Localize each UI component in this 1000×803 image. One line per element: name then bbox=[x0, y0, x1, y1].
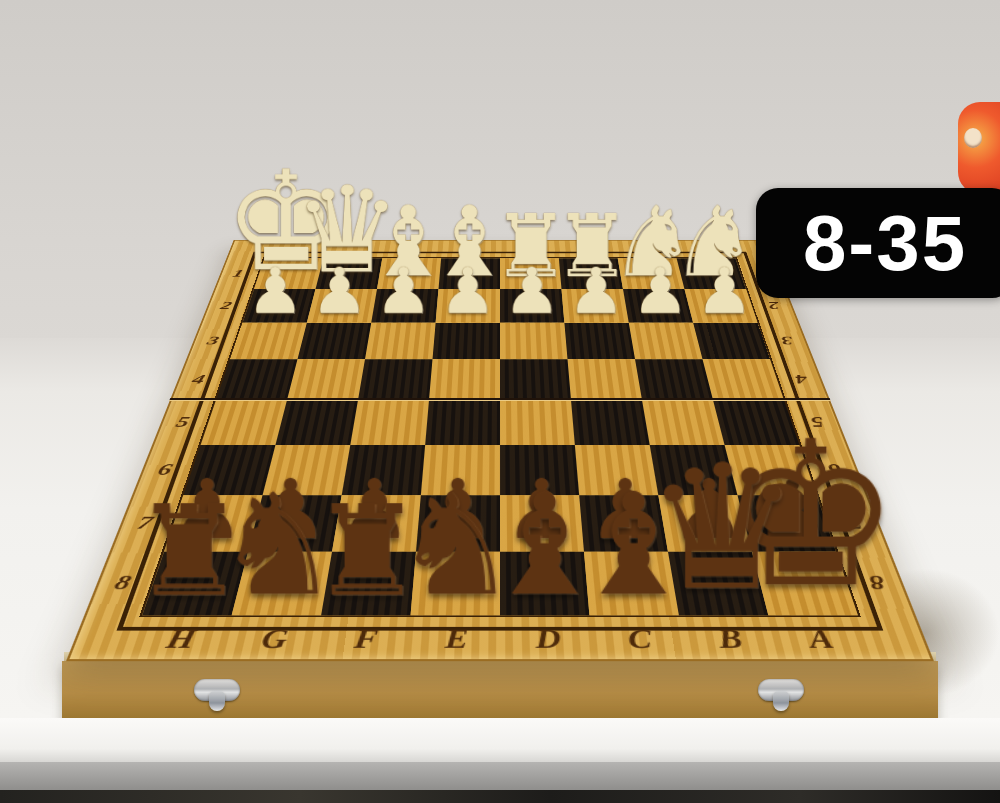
file-label: A bbox=[804, 623, 837, 654]
square-A2[interactable]: ♟ bbox=[684, 289, 757, 323]
file-label: H bbox=[163, 623, 199, 654]
square-H5[interactable] bbox=[201, 400, 287, 445]
square-E4[interactable] bbox=[429, 359, 500, 400]
square-C2[interactable]: ♟ bbox=[561, 289, 628, 323]
square-C3[interactable] bbox=[564, 323, 635, 360]
square-F1[interactable]: ♝ bbox=[377, 258, 441, 289]
square-D3[interactable] bbox=[500, 323, 568, 360]
file-label: F bbox=[352, 623, 379, 654]
square-F3[interactable] bbox=[365, 323, 436, 360]
board-grid: ♚♛♝♝♜♜♞♞♟♟♟♟♟♟♟♟♟♟♟♟♟♟♟♟♜♞♜♞♝♝♛♚ bbox=[142, 258, 858, 615]
rank-label: 4 bbox=[190, 372, 207, 387]
square-B3[interactable] bbox=[629, 323, 703, 360]
square-D5[interactable] bbox=[500, 400, 575, 445]
rank-label: 2 bbox=[219, 299, 234, 312]
product-photo-scene: { "game": "chess", "position": { "fen": … bbox=[0, 0, 1000, 803]
square-F4[interactable] bbox=[358, 359, 432, 400]
square-H1[interactable]: ♚ bbox=[254, 258, 323, 289]
square-G3[interactable] bbox=[297, 323, 371, 360]
square-H2[interactable]: ♟ bbox=[243, 289, 316, 323]
square-B4[interactable] bbox=[635, 359, 713, 400]
square-F8[interactable]: ♜ bbox=[321, 552, 416, 616]
white-pawn-piece[interactable]: ♟ bbox=[336, 259, 472, 322]
square-G2[interactable]: ♟ bbox=[307, 289, 377, 323]
square-D1[interactable]: ♜ bbox=[500, 258, 561, 289]
file-label: G bbox=[259, 623, 291, 654]
board-scene: ♚♛♝♝♜♜♞♞♟♟♟♟♟♟♟♟♟♟♟♟♟♟♟♟♜♞♜♞♝♝♛♚ 1234567… bbox=[170, 70, 830, 730]
square-E5[interactable] bbox=[425, 400, 500, 445]
dark-rook-piece[interactable]: ♜ bbox=[94, 489, 283, 614]
file-label: E bbox=[444, 623, 468, 654]
white-pawn-piece[interactable]: ♟ bbox=[400, 259, 536, 322]
rank-label: 2 bbox=[766, 299, 781, 312]
rank-label: 3 bbox=[779, 334, 795, 348]
square-C8[interactable]: ♝ bbox=[584, 552, 679, 616]
white-pawn-piece[interactable]: ♟ bbox=[207, 259, 343, 322]
square-C5[interactable] bbox=[571, 400, 650, 445]
dark-bishop-piece[interactable]: ♝ bbox=[539, 475, 728, 615]
file-labels-bottom: HGFEDCBA bbox=[128, 621, 872, 657]
square-D2[interactable]: ♟ bbox=[500, 289, 564, 323]
white-queen-piece[interactable]: ♛ bbox=[282, 171, 412, 290]
square-B1[interactable]: ♞ bbox=[618, 258, 685, 289]
square-G5[interactable] bbox=[275, 400, 358, 445]
square-F2[interactable]: ♟ bbox=[371, 289, 438, 323]
square-E2[interactable]: ♟ bbox=[436, 289, 500, 323]
rank-label: 3 bbox=[205, 334, 221, 348]
file-label: B bbox=[715, 623, 745, 654]
table-side-edge bbox=[0, 762, 1000, 790]
square-F5[interactable] bbox=[350, 400, 429, 445]
square-A3[interactable] bbox=[693, 323, 770, 360]
square-H4[interactable] bbox=[216, 359, 297, 400]
rank-label: 4 bbox=[793, 372, 810, 387]
rank-label: 1 bbox=[231, 268, 246, 280]
square-H8[interactable]: ♜ bbox=[142, 552, 248, 616]
white-pawn-piece[interactable]: ♟ bbox=[528, 259, 664, 322]
white-bishop-piece[interactable]: ♝ bbox=[343, 193, 473, 290]
white-pawn-piece[interactable]: ♟ bbox=[464, 259, 600, 322]
floor-strip bbox=[0, 790, 1000, 803]
orange-toy-icon bbox=[958, 102, 1000, 194]
file-label: C bbox=[626, 623, 653, 654]
dark-rook-piece[interactable]: ♜ bbox=[272, 489, 461, 614]
rank-label: 5 bbox=[173, 413, 192, 430]
square-A4[interactable] bbox=[703, 359, 784, 400]
square-G1[interactable]: ♛ bbox=[316, 258, 383, 289]
square-G4[interactable] bbox=[287, 359, 365, 400]
white-king-piece[interactable]: ♚ bbox=[221, 153, 351, 291]
toy-face-icon bbox=[964, 128, 982, 148]
chess-board: ♚♛♝♝♜♜♞♞♟♟♟♟♟♟♟♟♟♟♟♟♟♟♟♟♜♞♜♞♝♝♛♚ 1234567… bbox=[66, 240, 934, 661]
price-badge: 8-35 bbox=[756, 188, 1000, 298]
white-bishop-piece[interactable]: ♝ bbox=[404, 193, 534, 290]
white-rook-piece[interactable]: ♜ bbox=[465, 203, 595, 289]
square-C1[interactable]: ♜ bbox=[559, 258, 623, 289]
price-badge-label: 8-35 bbox=[803, 198, 967, 289]
file-label: D bbox=[535, 623, 562, 654]
square-E1[interactable]: ♝ bbox=[439, 258, 500, 289]
white-knight-piece[interactable]: ♞ bbox=[588, 193, 718, 290]
white-rook-piece[interactable]: ♜ bbox=[527, 203, 657, 289]
square-B2[interactable]: ♟ bbox=[623, 289, 693, 323]
white-pawn-piece[interactable]: ♟ bbox=[271, 259, 407, 322]
square-A1[interactable]: ♞ bbox=[677, 258, 746, 289]
white-pawn-piece[interactable]: ♟ bbox=[592, 259, 728, 322]
square-E3[interactable] bbox=[432, 323, 500, 360]
square-H3[interactable] bbox=[230, 323, 307, 360]
square-C4[interactable] bbox=[568, 359, 642, 400]
square-D4[interactable] bbox=[500, 359, 571, 400]
